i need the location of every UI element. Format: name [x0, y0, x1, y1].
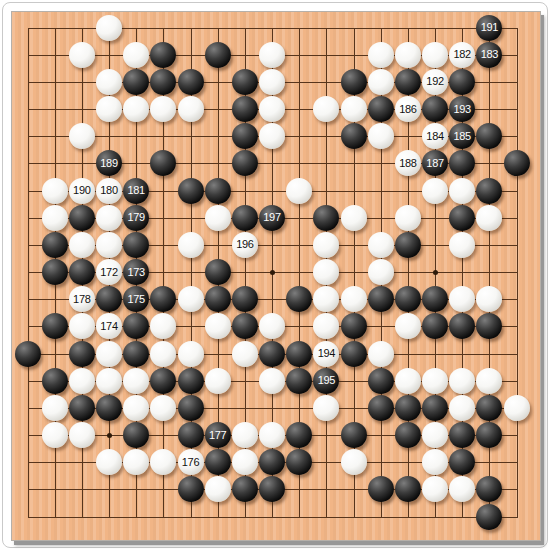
- white-stone-move-188: 188: [395, 150, 421, 176]
- black-stone: [69, 395, 95, 421]
- move-number-label: 184: [426, 131, 443, 142]
- black-stone: [341, 123, 367, 149]
- white-stone: [69, 313, 95, 339]
- black-stone-move-191: 191: [476, 15, 502, 41]
- black-stone: [123, 422, 149, 448]
- white-stone: [313, 96, 339, 122]
- white-stone-move-178: 178: [69, 286, 95, 312]
- black-stone: [368, 368, 394, 394]
- black-stone: [42, 368, 68, 394]
- white-stone: [259, 368, 285, 394]
- white-stone: [449, 476, 475, 502]
- black-stone: [476, 395, 502, 421]
- white-stone: [395, 42, 421, 68]
- move-number-label: 183: [481, 49, 498, 60]
- black-stone: [422, 395, 448, 421]
- white-stone-move-186: 186: [395, 96, 421, 122]
- black-stone-move-193: 193: [449, 96, 475, 122]
- white-stone: [96, 232, 122, 258]
- black-stone: [368, 96, 394, 122]
- black-stone: [232, 313, 258, 339]
- black-stone: [123, 232, 149, 258]
- move-number-label: 188: [399, 158, 416, 169]
- move-number-label: 194: [318, 348, 335, 359]
- black-stone: [178, 69, 204, 95]
- white-stone: [341, 96, 367, 122]
- black-stone: [259, 476, 285, 502]
- white-stone: [368, 232, 394, 258]
- star-point: [433, 270, 438, 275]
- white-stone-move-184: 184: [422, 123, 448, 149]
- black-stone: [449, 313, 475, 339]
- move-number-label: 180: [100, 185, 117, 196]
- white-stone: [259, 123, 285, 149]
- black-stone: [422, 96, 448, 122]
- white-stone-move-174: 174: [96, 313, 122, 339]
- white-stone: [368, 42, 394, 68]
- black-stone-move-185: 185: [449, 123, 475, 149]
- move-number-label: 179: [127, 212, 144, 223]
- white-stone: [205, 368, 231, 394]
- white-stone: [341, 205, 367, 231]
- black-stone: [150, 368, 176, 394]
- black-stone: [205, 449, 231, 475]
- white-stone: [69, 123, 95, 149]
- move-number-label: 197: [263, 212, 280, 223]
- black-stone: [232, 205, 258, 231]
- white-stone: [259, 96, 285, 122]
- move-number-label: 175: [127, 294, 144, 305]
- white-stone: [476, 286, 502, 312]
- white-stone: [476, 205, 502, 231]
- move-number-label: 192: [426, 76, 443, 87]
- white-stone: [178, 341, 204, 367]
- black-stone: [178, 395, 204, 421]
- white-stone: [313, 259, 339, 285]
- white-stone-move-194: 194: [313, 341, 339, 367]
- black-stone: [96, 286, 122, 312]
- white-stone-move-190: 190: [69, 178, 95, 204]
- black-stone: [232, 286, 258, 312]
- white-stone: [449, 232, 475, 258]
- white-stone: [232, 449, 258, 475]
- black-stone: [476, 422, 502, 448]
- black-stone: [286, 341, 312, 367]
- white-stone: [42, 422, 68, 448]
- white-stone: [178, 232, 204, 258]
- white-stone: [205, 205, 231, 231]
- black-stone: [476, 313, 502, 339]
- black-stone: [69, 259, 95, 285]
- black-stone: [42, 313, 68, 339]
- black-stone: [205, 42, 231, 68]
- white-stone: [395, 205, 421, 231]
- black-stone: [476, 476, 502, 502]
- black-stone: [232, 69, 258, 95]
- black-stone: [368, 395, 394, 421]
- white-stone: [69, 232, 95, 258]
- move-number-label: 173: [127, 267, 144, 278]
- black-stone: [15, 341, 41, 367]
- white-stone-move-182: 182: [449, 42, 475, 68]
- black-stone: [96, 395, 122, 421]
- white-stone: [259, 42, 285, 68]
- white-stone: [368, 69, 394, 95]
- white-stone: [150, 341, 176, 367]
- white-stone: [205, 476, 231, 502]
- black-stone: [205, 286, 231, 312]
- white-stone: [313, 286, 339, 312]
- white-stone: [178, 96, 204, 122]
- black-stone: [395, 232, 421, 258]
- black-stone-move-179: 179: [123, 205, 149, 231]
- white-stone: [69, 368, 95, 394]
- white-stone: [395, 313, 421, 339]
- black-stone: [449, 449, 475, 475]
- white-stone: [150, 449, 176, 475]
- move-number-label: 178: [73, 294, 90, 305]
- white-stone: [368, 123, 394, 149]
- black-stone: [395, 395, 421, 421]
- black-stone: [313, 205, 339, 231]
- black-stone: [341, 422, 367, 448]
- black-stone-move-189: 189: [96, 150, 122, 176]
- black-stone: [449, 150, 475, 176]
- black-stone-move-181: 181: [123, 178, 149, 204]
- white-stone: [341, 286, 367, 312]
- black-stone: [395, 69, 421, 95]
- black-stone: [123, 313, 149, 339]
- black-stone: [178, 422, 204, 448]
- black-stone: [69, 205, 95, 231]
- star-point: [107, 433, 112, 438]
- white-stone-move-180: 180: [96, 178, 122, 204]
- black-stone: [205, 178, 231, 204]
- move-number-label: 174: [100, 321, 117, 332]
- white-stone: [96, 368, 122, 394]
- white-stone: [96, 15, 122, 41]
- black-stone: [395, 422, 421, 448]
- black-stone-move-183: 183: [476, 42, 502, 68]
- white-stone: [123, 395, 149, 421]
- white-stone: [96, 205, 122, 231]
- white-stone-move-176: 176: [178, 449, 204, 475]
- white-stone: [341, 449, 367, 475]
- black-stone: [368, 476, 394, 502]
- white-stone: [123, 368, 149, 394]
- black-stone: [476, 504, 502, 530]
- star-point: [270, 270, 275, 275]
- black-stone-move-197: 197: [259, 205, 285, 231]
- move-number-label: 191: [481, 22, 498, 33]
- white-stone: [42, 395, 68, 421]
- white-stone: [476, 368, 502, 394]
- move-number-label: 177: [209, 430, 226, 441]
- black-stone: [449, 69, 475, 95]
- white-stone: [232, 422, 258, 448]
- black-stone: [123, 341, 149, 367]
- white-stone: [42, 205, 68, 231]
- white-stone: [259, 313, 285, 339]
- black-stone: [449, 205, 475, 231]
- black-stone: [504, 150, 530, 176]
- move-number-label: 181: [127, 185, 144, 196]
- white-stone: [422, 449, 448, 475]
- white-stone: [150, 96, 176, 122]
- black-stone: [422, 286, 448, 312]
- black-stone-move-187: 187: [422, 150, 448, 176]
- black-stone: [150, 286, 176, 312]
- move-number-label: 190: [73, 185, 90, 196]
- black-stone: [368, 286, 394, 312]
- white-stone: [422, 178, 448, 204]
- black-stone-move-173: 173: [123, 259, 149, 285]
- white-stone: [205, 313, 231, 339]
- black-stone: [449, 422, 475, 448]
- white-stone: [96, 96, 122, 122]
- black-stone: [422, 313, 448, 339]
- black-stone: [286, 422, 312, 448]
- white-stone: [123, 449, 149, 475]
- white-stone: [69, 422, 95, 448]
- black-stone: [286, 286, 312, 312]
- move-number-label: 196: [236, 239, 253, 250]
- white-stone: [313, 313, 339, 339]
- white-stone: [286, 178, 312, 204]
- go-board[interactable]: 1911821831921861931841851891881871901801…: [11, 11, 541, 541]
- white-stone: [259, 422, 285, 448]
- black-stone: [178, 368, 204, 394]
- white-stone: [368, 259, 394, 285]
- black-stone: [150, 150, 176, 176]
- black-stone-move-177: 177: [205, 422, 231, 448]
- black-stone: [42, 232, 68, 258]
- white-stone: [395, 368, 421, 394]
- grid-line-horizontal: [28, 517, 518, 518]
- white-stone: [42, 178, 68, 204]
- black-stone: [232, 123, 258, 149]
- white-stone: [313, 232, 339, 258]
- black-stone: [178, 476, 204, 502]
- move-number-label: 187: [426, 158, 443, 169]
- black-stone-move-175: 175: [123, 286, 149, 312]
- white-stone: [96, 341, 122, 367]
- grid-line-vertical: [517, 28, 518, 517]
- black-stone: [476, 178, 502, 204]
- black-stone: [259, 449, 285, 475]
- black-stone: [178, 178, 204, 204]
- white-stone: [449, 178, 475, 204]
- white-stone: [504, 395, 530, 421]
- white-stone: [96, 449, 122, 475]
- black-stone: [150, 42, 176, 68]
- move-number-label: 176: [182, 457, 199, 468]
- white-stone: [123, 42, 149, 68]
- black-stone: [341, 69, 367, 95]
- black-stone: [286, 449, 312, 475]
- white-stone-move-172: 172: [96, 259, 122, 285]
- move-number-label: 182: [453, 49, 470, 60]
- black-stone: [232, 476, 258, 502]
- white-stone: [422, 476, 448, 502]
- black-stone-move-195: 195: [313, 368, 339, 394]
- black-stone: [232, 150, 258, 176]
- move-number-label: 189: [100, 158, 117, 169]
- move-number-label: 185: [453, 131, 470, 142]
- white-stone: [313, 395, 339, 421]
- black-stone: [341, 313, 367, 339]
- white-stone: [368, 341, 394, 367]
- black-stone: [232, 96, 258, 122]
- white-stone: [259, 69, 285, 95]
- white-stone: [422, 368, 448, 394]
- black-stone: [259, 341, 285, 367]
- black-stone: [205, 259, 231, 285]
- white-stone-move-196: 196: [232, 232, 258, 258]
- black-stone: [150, 69, 176, 95]
- black-stone: [395, 476, 421, 502]
- white-stone: [449, 395, 475, 421]
- white-stone: [123, 96, 149, 122]
- move-number-label: 172: [100, 267, 117, 278]
- white-stone: [150, 395, 176, 421]
- black-stone: [123, 69, 149, 95]
- move-number-label: 195: [318, 375, 335, 386]
- black-stone: [476, 123, 502, 149]
- white-stone: [96, 69, 122, 95]
- move-number-label: 193: [453, 104, 470, 115]
- white-stone: [449, 368, 475, 394]
- black-stone: [42, 259, 68, 285]
- white-stone: [178, 286, 204, 312]
- white-stone-move-192: 192: [422, 69, 448, 95]
- white-stone: [232, 341, 258, 367]
- white-stone: [69, 42, 95, 68]
- black-stone: [341, 341, 367, 367]
- black-stone: [395, 286, 421, 312]
- black-stone: [69, 341, 95, 367]
- white-stone: [422, 42, 448, 68]
- go-game-screenshot: 1911821831921861931841851891881871901801…: [0, 0, 550, 550]
- move-number-label: 186: [399, 104, 416, 115]
- white-stone: [449, 286, 475, 312]
- black-stone: [286, 368, 312, 394]
- white-stone: [422, 422, 448, 448]
- white-stone: [150, 313, 176, 339]
